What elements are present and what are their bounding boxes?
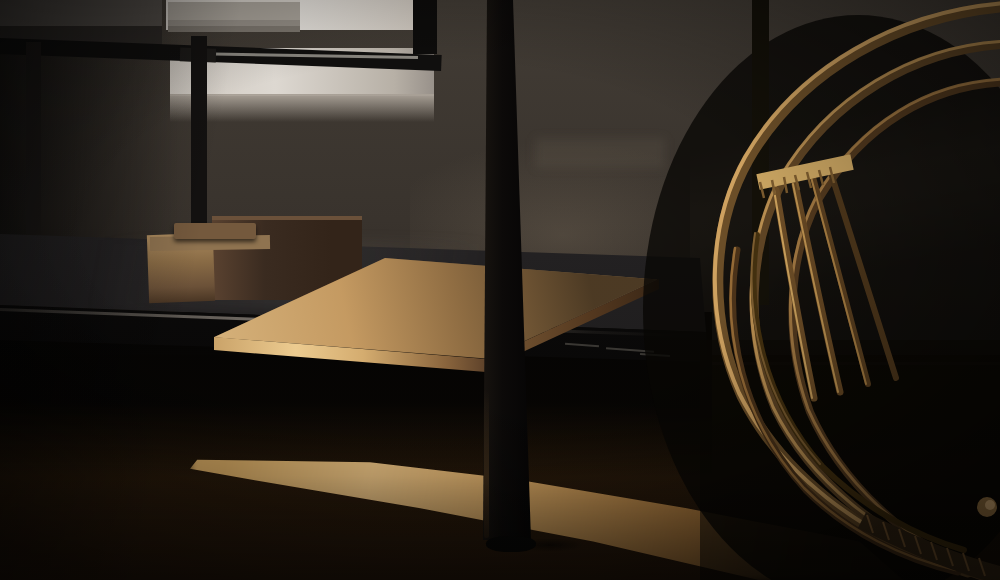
shelf-leg-left	[26, 42, 41, 234]
shelf-frame-right	[413, 0, 437, 54]
table-leg-highlight	[484, 390, 489, 538]
window-light-fade	[170, 94, 434, 122]
photo-chess-scene: ♟♟♟♟♟ ♜♞♝♛♚♝♞♜ ♜♞♝♛♚♝♞♜ ♟	[0, 0, 1000, 580]
piece-box-handle	[174, 223, 256, 239]
magazine-stack	[168, 0, 300, 32]
wall-floor-junction	[690, 362, 1000, 365]
table-leg-foot	[486, 536, 536, 552]
wall-light-band-right	[690, 40, 1000, 340]
shelf-leg-mid	[191, 36, 207, 234]
wall-reflection-patch	[535, 138, 665, 168]
